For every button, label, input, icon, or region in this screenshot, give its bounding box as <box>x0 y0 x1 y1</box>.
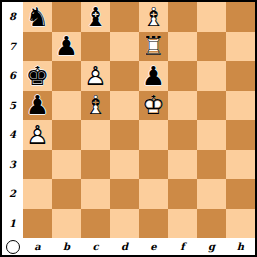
square-f8 <box>168 2 197 32</box>
square-a5: ♟ <box>23 91 52 121</box>
rank-label-1: 1 <box>2 209 23 239</box>
piece-outline: ♙ <box>23 120 52 150</box>
file-label-h: h <box>226 238 255 255</box>
square-f2 <box>168 179 197 209</box>
square-c2 <box>81 179 110 209</box>
square-e7: ♜♖ <box>139 32 168 62</box>
piece-glyph: ♟ <box>139 61 168 91</box>
piece-glyph: ♝ <box>81 2 110 32</box>
square-e3 <box>139 150 168 180</box>
square-g4 <box>197 120 226 150</box>
square-a6: ♚ <box>23 61 52 91</box>
piece-glyph: ♟ <box>23 91 52 121</box>
square-d5 <box>110 91 139 121</box>
file-label-g: g <box>197 238 226 255</box>
square-c8: ♝ <box>81 2 110 32</box>
square-e8: ♝♗ <box>139 2 168 32</box>
square-f7 <box>168 32 197 62</box>
square-h7 <box>226 32 255 62</box>
file-label-b: b <box>52 238 81 255</box>
square-h4 <box>226 120 255 150</box>
white-pawn-a4: ♟♙ <box>23 120 52 150</box>
square-h6 <box>226 61 255 91</box>
piece-glyph: ♚ <box>23 61 52 91</box>
square-c1 <box>81 209 110 239</box>
square-e5: ♚♔ <box>139 91 168 121</box>
square-g3 <box>197 150 226 180</box>
square-f1 <box>168 209 197 239</box>
square-b2 <box>52 179 81 209</box>
square-a4: ♟♙ <box>23 120 52 150</box>
square-a1 <box>23 209 52 239</box>
white-pawn-c6: ♟♙ <box>81 61 110 91</box>
square-g6 <box>197 61 226 91</box>
square-d6 <box>110 61 139 91</box>
square-c6: ♟♙ <box>81 61 110 91</box>
black-pawn-b7: ♟ <box>52 32 81 62</box>
white-bishop-e8: ♝♗ <box>139 2 168 32</box>
file-label-e: e <box>139 238 168 255</box>
piece-outline: ♙ <box>81 61 110 91</box>
file-label-d: d <box>110 238 139 255</box>
chess-diagram: 8♞♝♝♗7♟♜♖6♚♟♙♟5♟♝♗♚♔4♟♙321abcdefgh <box>0 0 257 257</box>
file-label-c: c <box>81 238 110 255</box>
square-a7 <box>23 32 52 62</box>
square-d4 <box>110 120 139 150</box>
rank-label-8: 8 <box>2 2 23 32</box>
square-b4 <box>52 120 81 150</box>
square-f6 <box>168 61 197 91</box>
square-a8: ♞ <box>23 2 52 32</box>
square-g5 <box>197 91 226 121</box>
chess-board: 8♞♝♝♗7♟♜♖6♚♟♙♟5♟♝♗♚♔4♟♙321abcdefgh <box>2 2 255 255</box>
square-g2 <box>197 179 226 209</box>
black-pawn-e6: ♟ <box>139 61 168 91</box>
piece-glyph: ♞ <box>23 2 52 32</box>
square-f5 <box>168 91 197 121</box>
square-b3 <box>52 150 81 180</box>
square-b7: ♟ <box>52 32 81 62</box>
piece-outline: ♗ <box>139 2 168 32</box>
piece-outline: ♔ <box>139 91 168 121</box>
square-b1 <box>52 209 81 239</box>
file-label-a: a <box>23 238 52 255</box>
white-to-move-indicator-circle <box>6 240 20 254</box>
piece-glyph: ♟ <box>52 32 81 62</box>
piece-outline: ♗ <box>81 91 110 121</box>
square-e4 <box>139 120 168 150</box>
white-king-e5: ♚♔ <box>139 91 168 121</box>
rank-label-3: 3 <box>2 150 23 180</box>
square-g7 <box>197 32 226 62</box>
rank-label-4: 4 <box>2 120 23 150</box>
white-rook-e7: ♜♖ <box>139 32 168 62</box>
square-b5 <box>52 91 81 121</box>
square-h2 <box>226 179 255 209</box>
side-to-move-cell <box>2 238 23 255</box>
rank-label-5: 5 <box>2 91 23 121</box>
black-bishop-c8: ♝ <box>81 2 110 32</box>
square-d8 <box>110 2 139 32</box>
file-label-f: f <box>168 238 197 255</box>
rank-label-7: 7 <box>2 32 23 62</box>
square-b8 <box>52 2 81 32</box>
square-e1 <box>139 209 168 239</box>
square-f4 <box>168 120 197 150</box>
square-c5: ♝♗ <box>81 91 110 121</box>
black-pawn-a5: ♟ <box>23 91 52 121</box>
square-d3 <box>110 150 139 180</box>
piece-outline: ♖ <box>139 32 168 62</box>
square-h1 <box>226 209 255 239</box>
square-f3 <box>168 150 197 180</box>
square-c7 <box>81 32 110 62</box>
square-d1 <box>110 209 139 239</box>
square-h8 <box>226 2 255 32</box>
square-c4 <box>81 120 110 150</box>
square-e2 <box>139 179 168 209</box>
square-d7 <box>110 32 139 62</box>
square-h3 <box>226 150 255 180</box>
square-g8 <box>197 2 226 32</box>
rank-label-6: 6 <box>2 61 23 91</box>
black-king-a6: ♚ <box>23 61 52 91</box>
square-e6: ♟ <box>139 61 168 91</box>
square-h5 <box>226 91 255 121</box>
square-c3 <box>81 150 110 180</box>
black-knight-a8: ♞ <box>23 2 52 32</box>
square-g1 <box>197 209 226 239</box>
square-d2 <box>110 179 139 209</box>
square-a3 <box>23 150 52 180</box>
white-bishop-c5: ♝♗ <box>81 91 110 121</box>
rank-label-2: 2 <box>2 179 23 209</box>
square-a2 <box>23 179 52 209</box>
square-b6 <box>52 61 81 91</box>
